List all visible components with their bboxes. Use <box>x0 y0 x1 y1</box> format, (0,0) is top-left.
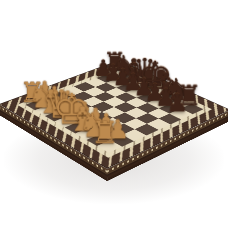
product-photo: ♜♞♝♛♚♝♞♜♟♟♟♟♟♟♟♟♟♟♟♟♟♟♟♟♜♞♝♛♚♝♞♜ <box>0 0 228 228</box>
scene: ♜♞♝♛♚♝♞♜♟♟♟♟♟♟♟♟♟♟♟♟♟♟♟♟♜♞♝♛♚♝♞♜ <box>0 0 228 228</box>
square-h5 <box>147 119 170 130</box>
chess-board: ♜♞♝♛♚♝♞♜♟♟♟♟♟♟♟♟♟♟♟♟♟♟♟♟♜♞♝♛♚♝♞♜ <box>0 60 228 169</box>
white-pawn-a2: ♟ <box>25 78 64 102</box>
board-frame: ♜♞♝♛♚♝♞♜♟♟♟♟♟♟♟♟♟♟♟♟♟♟♟♟♜♞♝♛♚♝♞♜ <box>0 60 228 169</box>
black-rook-a8: ♜ <box>96 50 133 76</box>
square-h7: ♟ <box>170 109 193 120</box>
square-a1: ♜ <box>26 100 48 110</box>
square-b1: ♞ <box>35 105 57 115</box>
